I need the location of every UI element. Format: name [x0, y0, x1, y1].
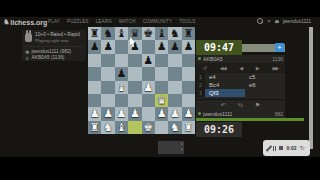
square-b6[interactable] — [101, 54, 114, 67]
square-a7[interactable]: ♟ — [88, 40, 101, 53]
square-g7[interactable]: ♟ — [168, 40, 181, 53]
square-c8[interactable]: ♝ — [115, 27, 128, 40]
piece-black-pawn[interactable]: ♟ — [142, 54, 155, 67]
square-b1[interactable]: ♞ — [101, 121, 114, 134]
square-f8[interactable]: ♝ — [155, 27, 168, 40]
lichess-page: ♞ lichess.org PLAYPUZZLESLEARNWATCHCOMMU… — [0, 17, 320, 157]
piece-black-rook[interactable]: ♜ — [182, 27, 195, 40]
square-a1[interactable]: ♜ — [88, 121, 101, 134]
square-d5[interactable] — [128, 67, 141, 80]
piece-white-rook[interactable]: ♜ — [182, 121, 195, 134]
move-e6[interactable]: e6 — [245, 81, 285, 89]
piece-white-pawn[interactable]: ♟ — [115, 107, 128, 120]
square-d4[interactable] — [128, 81, 141, 94]
prev-move-button[interactable]: ◀ — [239, 65, 242, 71]
next-move-button[interactable]: ▶ — [256, 65, 259, 71]
nav-item-learn[interactable]: LEARN — [96, 19, 112, 24]
piece-black-bishop[interactable]: ♝ — [155, 27, 168, 40]
square-b2[interactable]: ♟ — [101, 107, 114, 120]
nav-item-puzzles[interactable]: PUZZLES — [67, 19, 89, 24]
square-e8[interactable]: ♚ — [142, 27, 155, 40]
piece-white-pawn[interactable]: ♟ — [128, 107, 141, 120]
piece-black-pawn[interactable]: ♟ — [155, 40, 168, 53]
square-f7[interactable]: ♟ — [155, 40, 168, 53]
square-c4[interactable]: ♝ — [115, 81, 128, 94]
square-c3[interactable] — [115, 94, 128, 107]
square-g2[interactable]: ♟ — [168, 107, 181, 120]
square-c5[interactable]: ♟ — [115, 67, 128, 80]
meta-black-player-label: AKB0A5 (1136) — [31, 55, 64, 61]
board-resize-box[interactable]: ∧ ∨ — [158, 141, 184, 154]
piece-white-king[interactable]: ♚ — [142, 121, 155, 134]
square-g4[interactable] — [168, 81, 181, 94]
move-Bc4[interactable]: Bc4 — [205, 81, 245, 89]
piece-white-knight[interactable]: ♞ — [101, 121, 114, 134]
move-Qf3[interactable]: Qf3 — [205, 89, 245, 97]
square-c1[interactable]: ♝ — [115, 121, 128, 134]
piece-black-knight[interactable]: ♞ — [168, 27, 181, 40]
lichess-logo[interactable]: ♞ lichess.org — [3, 18, 47, 26]
game-status-label: Playing right now — [35, 38, 80, 43]
piece-black-pawn[interactable]: ♟ — [101, 40, 114, 53]
pencil-icon[interactable] — [266, 145, 272, 151]
square-b5[interactable] — [101, 67, 114, 80]
square-e5[interactable] — [142, 67, 155, 80]
last-move-button[interactable]: ▶▶ — [272, 65, 278, 71]
game-meta-panel: 10+0 • Rated • Rapid Playing right now ♔… — [22, 30, 86, 61]
move-e4[interactable]: e4 — [205, 73, 245, 81]
move-number: 1 — [196, 73, 205, 81]
player-rating: 982 — [275, 111, 283, 117]
square-c7[interactable] — [115, 40, 128, 53]
black-king-icon: ♚ — [25, 55, 29, 61]
move-empty — [245, 89, 285, 97]
square-a5[interactable] — [88, 67, 101, 80]
piece-white-pawn[interactable]: ♟ — [88, 107, 101, 120]
meta-black-player[interactable]: ♚ AKB0A5 (1136) — [25, 55, 83, 61]
game-meta-top: 10+0 • Rated • Rapid Playing right now — [25, 32, 83, 43]
square-a3[interactable] — [88, 94, 101, 107]
square-d2[interactable]: ♟ — [128, 107, 141, 120]
square-e4[interactable]: ♟ — [142, 81, 155, 94]
piece-black-pawn[interactable]: ♟ — [182, 40, 195, 53]
opponent-clock-row: 09:47 + — [196, 40, 285, 55]
square-h3[interactable] — [182, 94, 195, 107]
square-h7[interactable]: ♟ — [182, 40, 195, 53]
piece-white-knight[interactable]: ♞ — [168, 121, 181, 134]
square-h5[interactable] — [182, 67, 195, 80]
square-h4[interactable] — [182, 81, 195, 94]
square-g8[interactable]: ♞ — [168, 27, 181, 40]
square-b4[interactable] — [101, 81, 114, 94]
game-action-bar: ↶ ½ ⚑ — [196, 100, 285, 110]
opponent-row: AKB0A5 1136 — [196, 55, 285, 63]
square-c2[interactable]: ♟ — [115, 107, 128, 120]
opponent-clock: 09:47 — [196, 40, 242, 55]
square-b7[interactable]: ♟ — [101, 40, 114, 53]
square-e1[interactable]: ♚ — [142, 121, 155, 134]
flip-board-button[interactable]: ↺ — [203, 65, 206, 71]
move-row: 3Qf3 — [196, 89, 285, 97]
square-f3[interactable]: ♛ — [155, 94, 168, 107]
square-a2[interactable]: ♟ — [88, 107, 101, 120]
square-f4[interactable] — [155, 81, 168, 94]
resign-button[interactable]: ⚑ — [255, 100, 260, 110]
square-e2[interactable] — [142, 107, 155, 120]
square-f2[interactable]: ♟ — [155, 107, 168, 120]
move-row: 1e4c5 — [196, 73, 285, 81]
square-e6[interactable]: ♟ — [142, 54, 155, 67]
recording-time: 0:02 — [286, 145, 296, 151]
square-c6[interactable] — [115, 54, 128, 67]
move-number: 3 — [196, 89, 205, 97]
piece-white-pawn[interactable]: ♟ — [155, 107, 168, 120]
square-f1[interactable] — [155, 121, 168, 134]
move-row: 2Bc4e6 — [196, 81, 285, 89]
first-move-button[interactable]: ◀◀ — [220, 65, 226, 71]
square-b3[interactable] — [101, 94, 114, 107]
move-number: 2 — [196, 81, 205, 89]
square-g6[interactable] — [168, 54, 181, 67]
restart-icon[interactable]: ↻ — [299, 145, 304, 151]
rapid-rabbit-icon — [25, 33, 32, 42]
player-clock: 09:26 — [196, 122, 242, 137]
piece-white-rook[interactable]: ♜ — [88, 121, 101, 134]
piece-black-pawn[interactable]: ♟ — [115, 67, 128, 80]
online-dot-icon — [198, 112, 201, 115]
piece-white-bishop[interactable]: ♝ — [115, 81, 128, 94]
piece-black-pawn[interactable]: ♟ — [168, 40, 181, 53]
nav-item-tools[interactable]: TOOLS — [179, 19, 195, 24]
logged-in-username[interactable]: jwendus1111 — [283, 18, 311, 24]
square-f5[interactable] — [155, 67, 168, 80]
offer-draw-button[interactable]: ½ — [238, 100, 243, 110]
piece-white-pawn[interactable]: ♟ — [182, 107, 195, 120]
chevron-down-icon: ∨ — [180, 148, 183, 152]
player-row: jwendus1111 982 — [196, 110, 285, 118]
piece-white-queen[interactable]: ♛ — [155, 94, 168, 107]
square-h6[interactable] — [182, 54, 195, 67]
opponent-rating: 1136 — [272, 56, 283, 62]
lichess-knight-icon: ♞ — [3, 18, 9, 26]
move-list: 1e4c52Bc4e63Qf3 — [196, 73, 285, 99]
opponent-name[interactable]: AKB0A5 — [203, 56, 270, 62]
square-d3[interactable] — [128, 94, 141, 107]
move-c5[interactable]: c5 — [245, 73, 285, 81]
square-f6[interactable] — [155, 54, 168, 67]
nav-item-play[interactable]: PLAY — [48, 19, 60, 24]
stop-icon[interactable] — [279, 146, 283, 150]
logo-text: lichess.org — [10, 19, 47, 26]
page-scrollbar[interactable] — [309, 27, 313, 149]
give-time-button[interactable]: + — [275, 43, 284, 52]
online-dot-icon — [198, 57, 201, 60]
main-nav: PLAYPUZZLESLEARNWATCHCOMMUNITYTOOLS — [48, 19, 195, 24]
piece-black-bishop[interactable]: ♝ — [115, 27, 128, 40]
piece-white-pawn[interactable]: ♟ — [101, 107, 114, 120]
piece-black-rook[interactable]: ♜ — [88, 27, 101, 40]
nav-item-community[interactable]: COMMUNITY — [143, 19, 173, 24]
square-g3[interactable] — [168, 94, 181, 107]
pause-icon[interactable] — [273, 146, 276, 151]
move-nav-bar: ↺◀◀◀▶▶▶ — [196, 63, 285, 73]
square-e3[interactable] — [142, 94, 155, 107]
square-h2[interactable]: ♟ — [182, 107, 195, 120]
chevron-up-icon: ∧ — [180, 143, 183, 147]
piece-white-bishop[interactable]: ♝ — [115, 121, 128, 134]
nav-item-watch[interactable]: WATCH — [119, 19, 136, 24]
game-tools-column: 09:47 + AKB0A5 1136 ↺◀◀◀▶▶▶ 1e4c52Bc4e63… — [196, 17, 285, 157]
square-h1[interactable]: ♜ — [182, 121, 195, 134]
square-a8[interactable]: ♜ — [88, 27, 101, 40]
square-a4[interactable] — [88, 81, 101, 94]
square-d1[interactable] — [128, 121, 141, 134]
player-name[interactable]: jwendus1111 — [203, 111, 273, 117]
piece-black-pawn[interactable]: ♟ — [88, 40, 101, 53]
square-h8[interactable]: ♜ — [182, 27, 195, 40]
square-d6[interactable] — [128, 54, 141, 67]
chess-board[interactable]: ♜♞♝♛♚♝♞♜♟♟♟♟♟♟♟♟♝♟♛♟♟♟♟♟♟♟♜♞♝♚♞♜ — [88, 27, 195, 134]
piece-black-knight[interactable]: ♞ — [101, 27, 114, 40]
piece-black-king[interactable]: ♚ — [142, 27, 155, 40]
meta-player-list: ♔ jwendus1111 (982) ♚ AKB0A5 (1136) — [25, 46, 83, 61]
piece-white-pawn[interactable]: ♟ — [168, 107, 181, 120]
square-g1[interactable]: ♞ — [168, 121, 181, 134]
piece-white-pawn[interactable]: ♟ — [142, 81, 155, 94]
square-b8[interactable]: ♞ — [101, 27, 114, 40]
square-g5[interactable] — [168, 67, 181, 80]
square-e7[interactable] — [142, 40, 155, 53]
recording-toolbar: 0:02 ↻ — [263, 140, 310, 156]
square-a6[interactable] — [88, 54, 101, 67]
takeback-button[interactable]: ↶ — [221, 100, 226, 110]
